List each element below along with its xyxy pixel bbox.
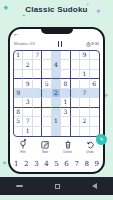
cell-r1c5[interactable] (52, 51, 61, 60)
cell-r1c1[interactable]: 1 (14, 51, 23, 60)
hint-badge (24, 139, 26, 141)
cell-r7c8[interactable] (80, 108, 89, 117)
cell-r5c7[interactable] (71, 89, 80, 98)
cell-r9c4[interactable] (42, 127, 51, 136)
cell-r4c1[interactable] (14, 79, 23, 88)
numpad-5[interactable]: 5 (54, 161, 58, 168)
cell-r3c2[interactable] (23, 70, 32, 79)
cell-r4c3[interactable] (33, 79, 42, 88)
timer-value: 8:30 (92, 42, 99, 46)
cell-r4c2[interactable]: 9 (23, 79, 32, 88)
cell-r6c8[interactable] (80, 98, 89, 107)
cell-r5c6[interactable] (61, 89, 70, 98)
cell-r4c6[interactable]: 8 (61, 79, 70, 88)
cell-r3c9[interactable] (90, 70, 99, 79)
cell-r6c3[interactable] (33, 98, 42, 107)
cell-r8c1[interactable]: 5 (14, 117, 23, 126)
cell-r2c2[interactable]: 2 (23, 60, 32, 69)
cell-r4c9[interactable]: 6 (90, 79, 99, 88)
tool-label: Undo (86, 150, 93, 154)
cell-r9c6[interactable] (61, 127, 70, 136)
nav-recents-icon[interactable] (16, 185, 23, 187)
tool-label: Note (42, 150, 48, 154)
cell-r5c1[interactable]: 9 (14, 89, 23, 98)
numpad-2[interactable]: 2 (24, 161, 28, 168)
cell-r8c3[interactable] (33, 117, 42, 126)
cell-r2c4[interactable] (42, 60, 51, 69)
cell-r6c7[interactable] (71, 98, 80, 107)
cell-r8c9[interactable] (90, 117, 99, 126)
clock-icon (86, 42, 91, 47)
cell-r5c9[interactable] (90, 89, 99, 98)
nav-home-icon[interactable] (55, 184, 60, 189)
android-nav-bar (0, 177, 113, 195)
cell-r6c6[interactable]: 1 (61, 98, 70, 107)
cell-r7c1[interactable]: 8 (14, 108, 23, 117)
cell-r2c3[interactable] (33, 60, 42, 69)
lightbulb-icon (19, 140, 27, 149)
cell-r2c9[interactable] (90, 60, 99, 69)
cell-r9c5[interactable] (52, 127, 61, 136)
screenshot-stage: ✦ ✦ ✦ ✦ ✦ ✦ Classic Sudoku ← Mistakes: 0… (0, 0, 113, 200)
cell-r6c9[interactable] (90, 98, 99, 107)
cell-r2c5[interactable]: 4 (52, 60, 61, 69)
cell-r7c6[interactable]: 3 (61, 108, 70, 117)
phone-mockup: ← Mistakes: 0/3 8:30 1792419586927318357… (8, 27, 105, 174)
numpad-9[interactable]: 9 (95, 161, 99, 168)
pause-button[interactable] (58, 41, 62, 47)
cell-r8c7[interactable] (71, 117, 80, 126)
number-pad: 123456789 (14, 159, 99, 170)
pencil-fab-badge[interactable]: ✎ (96, 134, 107, 145)
cell-r3c3[interactable] (33, 70, 42, 79)
cell-r9c1[interactable] (14, 127, 23, 136)
cell-r9c7[interactable] (71, 127, 80, 136)
cell-r5c2[interactable] (23, 89, 32, 98)
cell-r7c2[interactable] (23, 108, 32, 117)
numpad-1[interactable]: 1 (14, 161, 18, 168)
numpad-8[interactable]: 8 (84, 161, 88, 168)
numpad-7[interactable]: 7 (74, 161, 78, 168)
cell-r7c9[interactable] (90, 108, 99, 117)
status-bar: Mistakes: 0/3 8:30 (14, 40, 99, 48)
cell-r7c5[interactable] (52, 108, 61, 117)
cell-r4c7[interactable] (71, 79, 80, 88)
pencil-note-icon (41, 140, 49, 149)
cell-r6c5[interactable] (52, 98, 61, 107)
undo-button[interactable]: Undo (86, 140, 94, 154)
cell-r3c6[interactable] (61, 70, 70, 79)
cell-r8c4[interactable] (42, 117, 51, 126)
sparkle-star-icon: ✦ (22, 14, 25, 18)
cell-r5c8[interactable]: 7 (80, 89, 89, 98)
phone-notch (41, 29, 73, 34)
mistakes-counter: Mistakes: 0/3 (14, 42, 35, 46)
tool-label: Hint (20, 150, 25, 154)
cell-r9c3[interactable] (33, 127, 42, 136)
hint-button[interactable]: Hint (19, 140, 27, 154)
cell-r9c2[interactable]: 1 (23, 127, 32, 136)
numpad-3[interactable]: 3 (34, 161, 38, 168)
numpad-4[interactable]: 4 (44, 161, 48, 168)
cell-r2c1[interactable] (14, 60, 23, 69)
cell-r8c6[interactable] (61, 117, 70, 126)
cell-r7c7[interactable] (71, 108, 80, 117)
cell-r1c8[interactable]: 9 (80, 51, 89, 60)
cell-r2c8[interactable] (80, 60, 89, 69)
cell-r5c3[interactable] (33, 89, 42, 98)
timer: 8:30 (86, 42, 99, 47)
cell-r1c7[interactable] (71, 51, 80, 60)
cell-r5c5[interactable]: 2 (52, 89, 61, 98)
cell-r2c7[interactable] (71, 60, 80, 69)
sudoku-board: 1792419586927318357121 (13, 50, 100, 137)
cell-r3c5[interactable] (52, 70, 61, 79)
cell-r1c2[interactable] (23, 51, 32, 60)
trash-icon (64, 140, 72, 149)
page-title: Classic Sudoku (0, 5, 113, 14)
undo-arrow-icon (86, 140, 94, 149)
cell-r8c2[interactable]: 7 (23, 117, 32, 126)
cell-r4c5[interactable] (52, 79, 61, 88)
cell-r6c4[interactable] (42, 98, 51, 107)
back-icon[interactable]: ← (13, 30, 20, 37)
numpad-6[interactable]: 6 (64, 161, 68, 168)
cell-r6c2[interactable]: 3 (23, 98, 32, 107)
cell-r8c5[interactable]: 1 (52, 117, 61, 126)
toolbar: Hint Note Delete (12, 140, 101, 158)
cell-r3c8[interactable]: 1 (80, 70, 89, 79)
cell-r7c3[interactable] (33, 108, 42, 117)
cell-r2c6[interactable] (61, 60, 70, 69)
cell-r3c7[interactable] (71, 70, 80, 79)
note-button[interactable]: Note (41, 140, 49, 154)
cell-r1c3[interactable]: 7 (33, 51, 42, 60)
sparkle-star-icon: ✦ (2, 160, 7, 166)
cell-r4c8[interactable] (80, 79, 89, 88)
cell-r7c4[interactable] (42, 108, 51, 117)
cell-r4c4[interactable]: 5 (42, 79, 51, 88)
cell-r1c9[interactable] (90, 51, 99, 60)
cell-r3c1[interactable] (14, 70, 23, 79)
cell-r1c6[interactable] (61, 51, 70, 60)
cell-r9c8[interactable] (80, 127, 89, 136)
cell-r6c1[interactable] (14, 98, 23, 107)
cell-r3c4[interactable] (42, 70, 51, 79)
cell-r5c4[interactable] (42, 89, 51, 98)
cell-r1c4[interactable] (42, 51, 51, 60)
delete-button[interactable]: Delete (63, 140, 72, 154)
cell-r8c8[interactable]: 2 (80, 117, 89, 126)
tool-label: Delete (63, 150, 72, 154)
nav-back-icon[interactable] (92, 183, 97, 189)
